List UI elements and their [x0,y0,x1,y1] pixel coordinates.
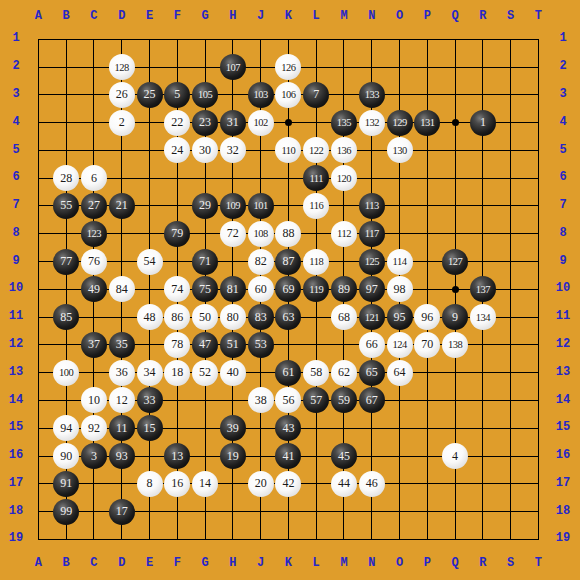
intersection-D4[interactable]: 2 [108,109,136,137]
intersection-K6[interactable] [275,164,303,192]
intersection-L14[interactable]: 57 [302,387,330,415]
intersection-C10[interactable]: 49 [80,275,108,303]
intersection-H3[interactable] [219,81,247,109]
intersection-E8[interactable] [136,220,164,248]
intersection-E16[interactable] [136,442,164,470]
intersection-Q4[interactable] [441,109,469,137]
intersection-M4[interactable]: 135 [330,109,358,137]
intersection-A1[interactable] [25,25,53,53]
intersection-Q5[interactable] [441,137,469,165]
intersection-A3[interactable] [25,81,53,109]
intersection-L16[interactable] [302,442,330,470]
intersection-A17[interactable] [25,470,53,498]
intersection-G3[interactable]: 105 [191,81,219,109]
intersection-G15[interactable] [191,414,219,442]
intersection-B6[interactable]: 28 [52,164,80,192]
intersection-R18[interactable] [469,498,497,526]
intersection-A12[interactable] [25,331,53,359]
intersection-J8[interactable]: 108 [247,220,275,248]
intersection-C7[interactable]: 27 [80,192,108,220]
intersection-J17[interactable]: 20 [247,470,275,498]
intersection-S9[interactable] [497,248,525,276]
intersection-C15[interactable]: 92 [80,414,108,442]
intersection-C1[interactable] [80,25,108,53]
intersection-K4[interactable] [275,109,303,137]
intersection-P13[interactable] [413,359,441,387]
intersection-J16[interactable] [247,442,275,470]
intersection-C8[interactable]: 123 [80,220,108,248]
intersection-F12[interactable]: 78 [163,331,191,359]
intersection-O8[interactable] [386,220,414,248]
intersection-C13[interactable] [80,359,108,387]
intersection-D10[interactable]: 84 [108,275,136,303]
intersection-H10[interactable]: 81 [219,275,247,303]
intersection-H8[interactable]: 72 [219,220,247,248]
intersection-N4[interactable]: 132 [358,109,386,137]
intersection-N3[interactable]: 133 [358,81,386,109]
intersection-H4[interactable]: 31 [219,109,247,137]
intersection-M6[interactable]: 120 [330,164,358,192]
intersection-Q17[interactable] [441,470,469,498]
intersection-E15[interactable]: 15 [136,414,164,442]
intersection-F11[interactable]: 86 [163,303,191,331]
intersection-A16[interactable] [25,442,53,470]
intersection-B2[interactable] [52,53,80,81]
intersection-M16[interactable]: 45 [330,442,358,470]
intersection-M15[interactable] [330,414,358,442]
intersection-F2[interactable] [163,53,191,81]
intersection-N14[interactable]: 67 [358,387,386,415]
intersection-Q2[interactable] [441,53,469,81]
intersection-P17[interactable] [413,470,441,498]
intersection-E3[interactable]: 25 [136,81,164,109]
intersection-E9[interactable]: 54 [136,248,164,276]
intersection-O10[interactable]: 98 [386,275,414,303]
intersection-S8[interactable] [497,220,525,248]
intersection-R11[interactable]: 134 [469,303,497,331]
intersection-Q15[interactable] [441,414,469,442]
intersection-K17[interactable]: 42 [275,470,303,498]
intersection-S17[interactable] [497,470,525,498]
intersection-L15[interactable] [302,414,330,442]
intersection-K5[interactable]: 110 [275,137,303,165]
intersection-L13[interactable]: 58 [302,359,330,387]
intersection-C17[interactable] [80,470,108,498]
intersection-H13[interactable]: 40 [219,359,247,387]
intersection-P5[interactable] [413,137,441,165]
intersection-D7[interactable]: 21 [108,192,136,220]
intersection-Q12[interactable]: 138 [441,331,469,359]
intersection-O7[interactable] [386,192,414,220]
intersection-O16[interactable] [386,442,414,470]
intersection-J11[interactable]: 83 [247,303,275,331]
intersection-A15[interactable] [25,414,53,442]
intersection-B16[interactable]: 90 [52,442,80,470]
intersection-L17[interactable] [302,470,330,498]
intersection-F7[interactable] [163,192,191,220]
intersection-A7[interactable] [25,192,53,220]
intersection-D14[interactable]: 12 [108,387,136,415]
intersection-L8[interactable] [302,220,330,248]
intersection-Q7[interactable] [441,192,469,220]
intersection-F13[interactable]: 18 [163,359,191,387]
intersection-N15[interactable] [358,414,386,442]
intersection-O9[interactable]: 114 [386,248,414,276]
intersection-H17[interactable] [219,470,247,498]
intersection-E17[interactable]: 8 [136,470,164,498]
intersection-E6[interactable] [136,164,164,192]
intersection-J4[interactable]: 102 [247,109,275,137]
intersection-P7[interactable] [413,192,441,220]
intersection-R9[interactable] [469,248,497,276]
intersection-Q1[interactable] [441,25,469,53]
intersection-H15[interactable]: 39 [219,414,247,442]
intersection-B3[interactable] [52,81,80,109]
intersection-F3[interactable]: 5 [163,81,191,109]
intersection-P11[interactable]: 96 [413,303,441,331]
intersection-G18[interactable] [191,498,219,526]
intersection-K2[interactable]: 126 [275,53,303,81]
intersection-G14[interactable] [191,387,219,415]
intersection-D1[interactable] [108,25,136,53]
intersection-M7[interactable] [330,192,358,220]
intersection-N1[interactable] [358,25,386,53]
intersection-R15[interactable] [469,414,497,442]
intersection-P12[interactable]: 70 [413,331,441,359]
intersection-G10[interactable]: 75 [191,275,219,303]
intersection-L12[interactable] [302,331,330,359]
intersection-K1[interactable] [275,25,303,53]
intersection-K18[interactable] [275,498,303,526]
intersection-R14[interactable] [469,387,497,415]
intersection-Q8[interactable] [441,220,469,248]
intersection-Q11[interactable]: 9 [441,303,469,331]
intersection-C6[interactable]: 6 [80,164,108,192]
intersection-O5[interactable]: 130 [386,137,414,165]
intersection-K3[interactable]: 106 [275,81,303,109]
intersection-O3[interactable] [386,81,414,109]
intersection-B9[interactable]: 77 [52,248,80,276]
intersection-D18[interactable]: 17 [108,498,136,526]
intersection-H1[interactable] [219,25,247,53]
intersection-B13[interactable]: 100 [52,359,80,387]
intersection-K7[interactable] [275,192,303,220]
intersection-O12[interactable]: 124 [386,331,414,359]
intersection-O14[interactable] [386,387,414,415]
intersection-S3[interactable] [497,81,525,109]
intersection-A9[interactable] [25,248,53,276]
intersection-A6[interactable] [25,164,53,192]
intersection-F5[interactable]: 24 [163,137,191,165]
intersection-C11[interactable] [80,303,108,331]
intersection-E13[interactable]: 34 [136,359,164,387]
intersection-L10[interactable]: 119 [302,275,330,303]
intersection-R1[interactable] [469,25,497,53]
intersection-N8[interactable]: 117 [358,220,386,248]
intersection-G17[interactable]: 14 [191,470,219,498]
intersection-K11[interactable]: 63 [275,303,303,331]
intersection-D17[interactable] [108,470,136,498]
intersection-P15[interactable] [413,414,441,442]
intersection-S15[interactable] [497,414,525,442]
intersection-G7[interactable]: 29 [191,192,219,220]
intersection-L5[interactable]: 122 [302,137,330,165]
intersection-C16[interactable]: 3 [80,442,108,470]
intersection-A13[interactable] [25,359,53,387]
intersection-N10[interactable]: 97 [358,275,386,303]
intersection-G1[interactable] [191,25,219,53]
intersection-H16[interactable]: 19 [219,442,247,470]
intersection-M2[interactable] [330,53,358,81]
intersection-L3[interactable]: 7 [302,81,330,109]
intersection-F1[interactable] [163,25,191,53]
intersection-J9[interactable]: 82 [247,248,275,276]
intersection-N6[interactable] [358,164,386,192]
intersection-R8[interactable] [469,220,497,248]
intersection-H18[interactable] [219,498,247,526]
intersection-O17[interactable] [386,470,414,498]
intersection-N11[interactable]: 121 [358,303,386,331]
intersection-J14[interactable]: 38 [247,387,275,415]
intersection-O13[interactable]: 64 [386,359,414,387]
intersection-D8[interactable] [108,220,136,248]
intersection-G13[interactable]: 52 [191,359,219,387]
intersection-P2[interactable] [413,53,441,81]
intersection-O2[interactable] [386,53,414,81]
intersection-S2[interactable] [497,53,525,81]
intersection-F14[interactable] [163,387,191,415]
intersection-F4[interactable]: 22 [163,109,191,137]
intersection-K10[interactable]: 69 [275,275,303,303]
intersection-N7[interactable]: 113 [358,192,386,220]
intersection-F6[interactable] [163,164,191,192]
intersection-M17[interactable]: 44 [330,470,358,498]
intersection-Q18[interactable] [441,498,469,526]
intersection-B4[interactable] [52,109,80,137]
intersection-N18[interactable] [358,498,386,526]
intersection-S4[interactable] [497,109,525,137]
intersection-C12[interactable]: 37 [80,331,108,359]
intersection-O1[interactable] [386,25,414,53]
intersection-R4[interactable]: 1 [469,109,497,137]
intersection-D16[interactable]: 93 [108,442,136,470]
intersection-N2[interactable] [358,53,386,81]
intersection-R7[interactable] [469,192,497,220]
intersection-L1[interactable] [302,25,330,53]
intersection-M1[interactable] [330,25,358,53]
intersection-H6[interactable] [219,164,247,192]
intersection-P6[interactable] [413,164,441,192]
intersection-C4[interactable] [80,109,108,137]
intersection-F10[interactable]: 74 [163,275,191,303]
intersection-H11[interactable]: 80 [219,303,247,331]
intersection-L4[interactable] [302,109,330,137]
intersection-P18[interactable] [413,498,441,526]
intersection-H12[interactable]: 51 [219,331,247,359]
intersection-P14[interactable] [413,387,441,415]
intersection-A5[interactable] [25,137,53,165]
intersection-G8[interactable] [191,220,219,248]
intersection-B17[interactable]: 91 [52,470,80,498]
intersection-M3[interactable] [330,81,358,109]
intersection-D12[interactable]: 35 [108,331,136,359]
intersection-Q3[interactable] [441,81,469,109]
intersection-G6[interactable] [191,164,219,192]
intersection-E5[interactable] [136,137,164,165]
intersection-K12[interactable] [275,331,303,359]
intersection-G12[interactable]: 47 [191,331,219,359]
intersection-D11[interactable] [108,303,136,331]
intersection-M8[interactable]: 112 [330,220,358,248]
intersection-C18[interactable] [80,498,108,526]
intersection-M11[interactable]: 68 [330,303,358,331]
intersection-C14[interactable]: 10 [80,387,108,415]
intersection-J5[interactable] [247,137,275,165]
intersection-B18[interactable]: 99 [52,498,80,526]
intersection-L18[interactable] [302,498,330,526]
intersection-R3[interactable] [469,81,497,109]
intersection-S18[interactable] [497,498,525,526]
intersection-F17[interactable]: 16 [163,470,191,498]
intersection-R6[interactable] [469,164,497,192]
intersection-B1[interactable] [52,25,80,53]
intersection-H5[interactable]: 32 [219,137,247,165]
intersection-D15[interactable]: 11 [108,414,136,442]
intersection-F9[interactable] [163,248,191,276]
intersection-H14[interactable] [219,387,247,415]
intersection-N17[interactable]: 46 [358,470,386,498]
intersection-K9[interactable]: 87 [275,248,303,276]
intersection-M5[interactable]: 136 [330,137,358,165]
intersection-G5[interactable]: 30 [191,137,219,165]
intersection-B12[interactable] [52,331,80,359]
intersection-L7[interactable]: 116 [302,192,330,220]
intersection-A18[interactable] [25,498,53,526]
intersection-G9[interactable]: 71 [191,248,219,276]
intersection-R12[interactable] [469,331,497,359]
intersection-N13[interactable]: 65 [358,359,386,387]
intersection-J13[interactable] [247,359,275,387]
intersection-B10[interactable] [52,275,80,303]
intersection-J2[interactable] [247,53,275,81]
intersection-L6[interactable]: 111 [302,164,330,192]
intersection-S14[interactable] [497,387,525,415]
intersection-B8[interactable] [52,220,80,248]
intersection-B11[interactable]: 85 [52,303,80,331]
intersection-E4[interactable] [136,109,164,137]
intersection-E18[interactable] [136,498,164,526]
intersection-D5[interactable] [108,137,136,165]
intersection-S12[interactable] [497,331,525,359]
intersection-M10[interactable]: 89 [330,275,358,303]
intersection-E1[interactable] [136,25,164,53]
intersection-A8[interactable] [25,220,53,248]
intersection-J10[interactable]: 60 [247,275,275,303]
intersection-A11[interactable] [25,303,53,331]
intersection-R16[interactable] [469,442,497,470]
intersection-R13[interactable] [469,359,497,387]
intersection-H7[interactable]: 109 [219,192,247,220]
intersection-J7[interactable]: 101 [247,192,275,220]
intersection-A4[interactable] [25,109,53,137]
intersection-C2[interactable] [80,53,108,81]
intersection-A14[interactable] [25,387,53,415]
intersection-D9[interactable] [108,248,136,276]
intersection-R5[interactable] [469,137,497,165]
intersection-E2[interactable] [136,53,164,81]
intersection-G4[interactable]: 23 [191,109,219,137]
intersection-S10[interactable] [497,275,525,303]
intersection-J18[interactable] [247,498,275,526]
intersection-S13[interactable] [497,359,525,387]
intersection-F8[interactable]: 79 [163,220,191,248]
intersection-K14[interactable]: 56 [275,387,303,415]
intersection-G2[interactable] [191,53,219,81]
intersection-M12[interactable] [330,331,358,359]
intersection-S1[interactable] [497,25,525,53]
intersection-F15[interactable] [163,414,191,442]
intersection-Q13[interactable] [441,359,469,387]
intersection-H9[interactable] [219,248,247,276]
intersection-H2[interactable]: 107 [219,53,247,81]
intersection-M18[interactable] [330,498,358,526]
intersection-M9[interactable] [330,248,358,276]
intersection-B15[interactable]: 94 [52,414,80,442]
intersection-Q14[interactable] [441,387,469,415]
intersection-D3[interactable]: 26 [108,81,136,109]
intersection-A2[interactable] [25,53,53,81]
intersection-E14[interactable]: 33 [136,387,164,415]
intersection-A10[interactable] [25,275,53,303]
intersection-E11[interactable]: 48 [136,303,164,331]
intersection-O11[interactable]: 95 [386,303,414,331]
intersection-D13[interactable]: 36 [108,359,136,387]
intersection-F18[interactable] [163,498,191,526]
intersection-P4[interactable]: 131 [413,109,441,137]
intersection-R2[interactable] [469,53,497,81]
intersection-Q16[interactable]: 4 [441,442,469,470]
intersection-P9[interactable] [413,248,441,276]
intersection-J1[interactable] [247,25,275,53]
intersection-N12[interactable]: 66 [358,331,386,359]
intersection-M14[interactable]: 59 [330,387,358,415]
intersection-N5[interactable] [358,137,386,165]
intersection-J6[interactable] [247,164,275,192]
intersection-Q6[interactable] [441,164,469,192]
intersection-P10[interactable] [413,275,441,303]
intersection-K15[interactable]: 43 [275,414,303,442]
intersection-K13[interactable]: 61 [275,359,303,387]
intersection-G16[interactable] [191,442,219,470]
intersection-P1[interactable] [413,25,441,53]
intersection-C9[interactable]: 76 [80,248,108,276]
intersection-J15[interactable] [247,414,275,442]
intersection-Q10[interactable] [441,275,469,303]
intersection-Q9[interactable]: 127 [441,248,469,276]
intersection-O18[interactable] [386,498,414,526]
intersection-D6[interactable] [108,164,136,192]
intersection-C5[interactable] [80,137,108,165]
intersection-J12[interactable]: 53 [247,331,275,359]
intersection-P8[interactable] [413,220,441,248]
intersection-J3[interactable]: 103 [247,81,275,109]
intersection-R17[interactable] [469,470,497,498]
intersection-N9[interactable]: 125 [358,248,386,276]
intersection-K16[interactable]: 41 [275,442,303,470]
intersection-O15[interactable] [386,414,414,442]
intersection-S11[interactable] [497,303,525,331]
intersection-E12[interactable] [136,331,164,359]
